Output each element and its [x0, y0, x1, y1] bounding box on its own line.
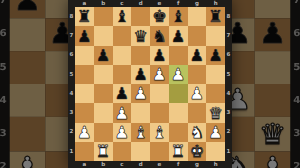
square-d8[interactable]: [131, 7, 150, 26]
rank-label-3: 3: [0, 117, 10, 150]
square-e1[interactable]: [150, 142, 169, 161]
square-g5[interactable]: [188, 65, 207, 84]
square-b4[interactable]: [94, 84, 113, 103]
square-e7[interactable]: ♞: [150, 26, 169, 45]
bg-square-h3: ♛: [255, 117, 290, 150]
square-b6[interactable]: ♟: [94, 46, 113, 65]
square-d5[interactable]: ♟: [131, 65, 150, 84]
square-b5[interactable]: [94, 65, 113, 84]
black-pawn: ♟: [133, 67, 148, 84]
square-a1[interactable]: [75, 142, 94, 161]
bg-square-a7: ♟: [10, 0, 45, 17]
file-label-a: a: [75, 0, 94, 7]
square-a2[interactable]: ♟: [75, 123, 94, 142]
square-f2[interactable]: [169, 123, 188, 142]
square-a4[interactable]: [75, 84, 94, 103]
square-d6[interactable]: [131, 46, 150, 65]
square-g1[interactable]: ♚: [188, 142, 207, 161]
video-frame: abcdefghabcdefgh8765432187654321♜♝♚♝♜♟♛♞…: [0, 0, 300, 168]
file-label-f: f: [169, 0, 188, 7]
square-h2[interactable]: ♟: [206, 123, 225, 142]
square-b3[interactable]: [94, 103, 113, 122]
rank-label-4: 4: [225, 84, 232, 103]
rank-label-2: 2: [68, 123, 75, 142]
black-pawn: ♟: [152, 47, 167, 64]
white-rook: ♜: [96, 144, 111, 161]
rank-label-8: 8: [68, 7, 75, 26]
square-e8[interactable]: ♚: [150, 7, 169, 26]
square-a7[interactable]: ♟: [75, 26, 94, 45]
white-queen: ♛: [259, 121, 287, 150]
file-label-b: b: [94, 161, 113, 168]
square-d7[interactable]: ♛: [131, 26, 150, 45]
square-a3[interactable]: [75, 103, 94, 122]
rank-label-5: 5: [225, 65, 232, 84]
file-label-d: d: [131, 161, 150, 168]
file-label-h: h: [206, 0, 225, 7]
bg-square-h4: [255, 84, 290, 117]
white-pawn: ♟: [189, 86, 204, 103]
bg-square-h7: [255, 0, 290, 17]
foreground-board-layer: abcdefghabcdefgh8765432187654321♜♝♚♝♜♟♛♞…: [68, 0, 232, 168]
black-pawn: ♟: [114, 86, 129, 103]
square-f6[interactable]: [169, 46, 188, 65]
rank-label-8: 8: [225, 7, 232, 26]
square-c3[interactable]: ♟: [113, 103, 132, 122]
black-pawn: ♟: [171, 28, 186, 45]
square-b1[interactable]: ♜: [94, 142, 113, 161]
square-f7[interactable]: ♟: [169, 26, 188, 45]
rank-label-2: 2: [290, 151, 300, 168]
square-f1[interactable]: ♜: [169, 142, 188, 161]
white-pawn: ♟: [114, 124, 129, 141]
file-label-d: d: [131, 0, 150, 7]
square-c5[interactable]: [113, 65, 132, 84]
square-h8[interactable]: ♜: [206, 7, 225, 26]
square-d3[interactable]: [131, 103, 150, 122]
rank-label-3: 3: [225, 103, 232, 122]
rank-label-4: 4: [68, 84, 75, 103]
square-e3[interactable]: [150, 103, 169, 122]
bg-square-h2: ♟: [255, 151, 290, 168]
square-b8[interactable]: [94, 7, 113, 26]
white-pawn: ♟: [13, 154, 41, 168]
square-h7[interactable]: [206, 26, 225, 45]
black-bishop: ♝: [114, 9, 129, 26]
bg-square-a6: [10, 17, 45, 50]
file-label-a: a: [75, 161, 94, 168]
square-g7[interactable]: [188, 26, 207, 45]
rank-label-6: 6: [68, 46, 75, 65]
square-e5[interactable]: ♟: [150, 65, 169, 84]
rank-label-3: 3: [68, 103, 75, 122]
square-c6[interactable]: [113, 46, 132, 65]
black-knight: ♞: [152, 28, 167, 45]
rank-label-1: 1: [225, 142, 232, 161]
rank-label-1: 1: [68, 142, 75, 161]
rank-label-5: 5: [68, 65, 75, 84]
rank-label-4: 4: [0, 84, 10, 117]
square-a6[interactable]: [75, 46, 94, 65]
square-f3[interactable]: [169, 103, 188, 122]
black-pawn: ♟: [208, 47, 223, 64]
rank-label-7: 7: [0, 0, 10, 17]
square-g2[interactable]: ♞: [188, 123, 207, 142]
square-a5[interactable]: [75, 65, 94, 84]
rank-label-6: 6: [225, 46, 232, 65]
black-queen: ♛: [133, 28, 148, 45]
black-pawn: ♟: [189, 47, 204, 64]
square-g4[interactable]: ♟: [188, 84, 207, 103]
square-e2[interactable]: ♝: [150, 123, 169, 142]
square-d4[interactable]: ♟: [131, 84, 150, 103]
bg-square-a5: [10, 51, 45, 84]
file-label-c: c: [113, 0, 132, 7]
white-queen: ♛: [208, 105, 223, 122]
black-pawn: ♟: [13, 0, 41, 16]
bg-square-h5: [255, 51, 290, 84]
file-label-e: e: [150, 161, 169, 168]
rank-label-5: 5: [290, 51, 300, 84]
white-rook: ♜: [171, 144, 186, 161]
file-label-b: b: [94, 0, 113, 7]
square-h1[interactable]: [206, 142, 225, 161]
rank-label-6: 6: [0, 17, 10, 50]
black-rook: ♜: [208, 9, 223, 26]
square-c8[interactable]: ♝: [113, 7, 132, 26]
square-g3[interactable]: [188, 103, 207, 122]
square-h3[interactable]: ♛: [206, 103, 225, 122]
square-c7[interactable]: [113, 26, 132, 45]
square-e6[interactable]: ♟: [150, 46, 169, 65]
white-pawn: ♟: [259, 154, 287, 168]
square-f4[interactable]: [169, 84, 188, 103]
white-pawn: ♟: [208, 124, 223, 141]
square-a8[interactable]: ♜: [75, 7, 94, 26]
rank-label-5: 5: [0, 51, 10, 84]
black-pawn: ♟: [259, 21, 287, 50]
file-label-e: e: [150, 0, 169, 7]
white-king: ♚: [189, 144, 204, 161]
black-pawn: ♟: [96, 47, 111, 64]
white-pawn: ♟: [77, 124, 92, 141]
black-rook: ♜: [77, 9, 92, 26]
rank-label-2: 2: [225, 123, 232, 142]
white-bishop: ♝: [152, 124, 167, 141]
bg-square-a3: [10, 117, 45, 150]
bg-square-h6: ♟: [255, 17, 290, 50]
bg-square-a2: ♟: [10, 151, 45, 168]
square-b7[interactable]: [94, 26, 113, 45]
square-g6[interactable]: ♟: [188, 46, 207, 65]
rank-label-6: 6: [290, 17, 300, 50]
square-g8[interactable]: [188, 7, 207, 26]
square-f8[interactable]: ♝: [169, 7, 188, 26]
square-c1[interactable]: [113, 142, 132, 161]
chess-board: abcdefghabcdefgh8765432187654321♜♝♚♝♜♟♛♞…: [68, 0, 232, 168]
square-h6[interactable]: ♟: [206, 46, 225, 65]
square-f5[interactable]: ♟: [169, 65, 188, 84]
file-label-g: g: [188, 0, 207, 7]
rank-label-7: 7: [225, 26, 232, 45]
rank-label-7: 7: [290, 0, 300, 17]
square-h5[interactable]: [206, 65, 225, 84]
square-d1[interactable]: [131, 142, 150, 161]
square-e4[interactable]: [150, 84, 169, 103]
white-pawn: ♟: [114, 105, 129, 122]
file-label-h: h: [206, 161, 225, 168]
white-knight: ♞: [189, 124, 204, 141]
black-pawn: ♟: [77, 28, 92, 45]
square-h4[interactable]: [206, 84, 225, 103]
square-b2[interactable]: [94, 123, 113, 142]
file-label-c: c: [113, 161, 132, 168]
rank-label-7: 7: [68, 26, 75, 45]
rank-label-3: 3: [290, 117, 300, 150]
black-king: ♚: [152, 9, 167, 26]
white-pawn: ♟: [171, 67, 186, 84]
black-bishop: ♝: [171, 9, 186, 26]
white-pawn: ♟: [133, 86, 148, 103]
rank-label-4: 4: [290, 84, 300, 117]
square-c2[interactable]: ♟: [113, 123, 132, 142]
rank-label-2: 2: [0, 151, 10, 168]
square-d2[interactable]: ♝: [131, 123, 150, 142]
file-label-g: g: [188, 161, 207, 168]
bg-square-a4: [10, 84, 45, 117]
square-c4[interactable]: ♟: [113, 84, 132, 103]
white-pawn: ♟: [152, 67, 167, 84]
file-label-f: f: [169, 161, 188, 168]
white-bishop: ♝: [133, 124, 148, 141]
